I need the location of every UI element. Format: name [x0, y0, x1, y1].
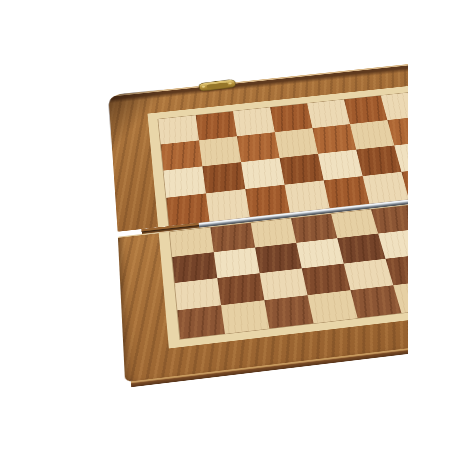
square-a2	[175, 278, 221, 310]
square-d4	[291, 214, 337, 243]
square-a5	[166, 193, 209, 226]
photo-stage	[0, 0, 452, 452]
square-b5	[206, 189, 250, 221]
square-b1	[221, 300, 269, 334]
square-c4	[251, 218, 296, 247]
photo-crop-margin-right	[408, 0, 452, 452]
square-a3	[172, 252, 217, 283]
square-e1	[350, 285, 401, 318]
square-d2	[302, 264, 351, 296]
square-e2	[344, 259, 394, 290]
square-b3	[214, 248, 260, 279]
square-e5	[324, 176, 370, 208]
square-d1	[308, 290, 358, 323]
square-d5	[285, 180, 330, 212]
square-c2	[260, 268, 308, 300]
square-c1	[264, 295, 313, 328]
square-e3	[337, 234, 385, 264]
square-b4	[210, 223, 255, 252]
square-a4	[170, 227, 214, 256]
square-b2	[217, 273, 264, 305]
perspective-wrapper	[78, 0, 452, 452]
square-c5	[245, 185, 289, 217]
box-bottom-side	[131, 321, 452, 388]
folding-chess-board	[112, 80, 452, 381]
square-e4	[331, 209, 378, 238]
board-rotation-wrapper	[78, 0, 452, 452]
square-a1	[177, 305, 224, 339]
photo-crop-margin-bottom	[0, 426, 452, 452]
square-d3	[296, 238, 343, 268]
square-c3	[255, 243, 302, 273]
